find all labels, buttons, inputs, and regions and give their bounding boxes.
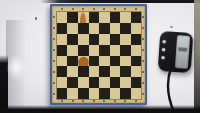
clock-button-row bbox=[161, 40, 165, 59]
square-b4[interactable] bbox=[67, 56, 77, 67]
square-f7[interactable] bbox=[110, 23, 120, 34]
square-h4[interactable] bbox=[131, 56, 141, 67]
square-e3[interactable] bbox=[99, 66, 109, 77]
square-b8[interactable] bbox=[67, 12, 77, 23]
square-a7[interactable] bbox=[57, 23, 67, 34]
square-f2[interactable] bbox=[110, 77, 120, 88]
square-h7[interactable] bbox=[131, 23, 141, 34]
border-mark bbox=[53, 27, 55, 29]
square-h1[interactable] bbox=[131, 88, 141, 99]
border-mark bbox=[142, 71, 144, 73]
border-mark bbox=[61, 8, 63, 10]
square-h5[interactable] bbox=[131, 45, 141, 56]
border-mark bbox=[142, 38, 144, 40]
square-d6[interactable] bbox=[89, 34, 99, 45]
clock-button[interactable] bbox=[163, 40, 166, 43]
square-c2[interactable] bbox=[78, 77, 89, 88]
square-d7[interactable] bbox=[89, 23, 99, 34]
square-d8[interactable] bbox=[89, 12, 99, 23]
square-e6[interactable] bbox=[99, 34, 109, 45]
square-h3[interactable] bbox=[131, 66, 141, 77]
table-edge-right bbox=[194, 0, 200, 113]
border-mark bbox=[53, 60, 55, 62]
square-b2[interactable] bbox=[67, 77, 77, 88]
border-mark bbox=[142, 93, 144, 95]
square-h2[interactable] bbox=[131, 77, 141, 88]
border-mark bbox=[142, 82, 144, 84]
clock-button[interactable] bbox=[161, 56, 164, 59]
square-c3[interactable] bbox=[78, 66, 89, 77]
square-d1[interactable] bbox=[89, 88, 99, 99]
square-a5[interactable] bbox=[57, 45, 67, 56]
square-b7[interactable] bbox=[67, 23, 77, 34]
square-g3[interactable] bbox=[120, 66, 130, 77]
square-f6[interactable] bbox=[110, 34, 120, 45]
square-e2[interactable] bbox=[99, 77, 109, 88]
square-a1[interactable] bbox=[57, 88, 67, 99]
border-mark bbox=[72, 100, 74, 102]
checkers-board: ●● bbox=[50, 4, 147, 105]
square-b1[interactable] bbox=[67, 88, 77, 99]
border-mark bbox=[124, 100, 126, 102]
square-c4[interactable]: ● bbox=[78, 56, 89, 67]
table-edge-shadow-top bbox=[40, 0, 200, 3]
square-g8[interactable] bbox=[120, 12, 130, 23]
border-mark bbox=[135, 100, 137, 102]
square-g1[interactable] bbox=[120, 88, 130, 99]
square-f4[interactable] bbox=[110, 56, 120, 67]
square-f8[interactable] bbox=[110, 12, 120, 23]
square-c8[interactable]: ● bbox=[78, 12, 89, 23]
square-g5[interactable] bbox=[120, 45, 130, 56]
square-c6[interactable] bbox=[78, 34, 89, 45]
square-a6[interactable] bbox=[57, 34, 67, 45]
square-f1[interactable] bbox=[110, 88, 120, 99]
border-mark bbox=[72, 8, 74, 10]
square-a8[interactable] bbox=[57, 12, 67, 23]
square-f3[interactable] bbox=[110, 66, 120, 77]
square-g7[interactable] bbox=[120, 23, 130, 34]
border-mark bbox=[103, 100, 105, 102]
border-mark bbox=[53, 93, 55, 95]
square-d2[interactable] bbox=[89, 77, 99, 88]
square-d5[interactable] bbox=[89, 45, 99, 56]
clock-button[interactable] bbox=[162, 48, 165, 51]
border-mark bbox=[114, 100, 116, 102]
border-mark bbox=[53, 71, 55, 73]
square-e5[interactable] bbox=[99, 45, 109, 56]
border-mark bbox=[103, 8, 105, 10]
scene-layer: ●● bbox=[0, 0, 200, 113]
border-mark bbox=[135, 8, 137, 10]
table-speck bbox=[35, 17, 37, 20]
square-h6[interactable] bbox=[131, 34, 141, 45]
square-e4[interactable] bbox=[99, 56, 109, 67]
border-mark bbox=[142, 16, 144, 18]
border-mark bbox=[53, 38, 55, 40]
square-a2[interactable] bbox=[57, 77, 67, 88]
border-mark bbox=[124, 8, 126, 10]
table-highlight bbox=[6, 54, 26, 81]
square-g4[interactable] bbox=[120, 56, 130, 67]
square-g6[interactable] bbox=[120, 34, 130, 45]
square-b5[interactable] bbox=[67, 45, 77, 56]
square-e1[interactable] bbox=[99, 88, 109, 99]
border-mark bbox=[82, 100, 84, 102]
clock-display-band bbox=[178, 47, 187, 52]
border-mark bbox=[61, 100, 63, 102]
border-mark bbox=[93, 100, 95, 102]
square-d4[interactable] bbox=[89, 56, 99, 67]
square-e7[interactable] bbox=[99, 23, 109, 34]
square-g2[interactable] bbox=[120, 77, 130, 88]
border-mark bbox=[93, 8, 95, 10]
square-f5[interactable] bbox=[110, 45, 120, 56]
table-speck bbox=[170, 26, 173, 28]
border-mark bbox=[142, 27, 144, 29]
clock-display bbox=[175, 35, 190, 69]
square-d3[interactable] bbox=[89, 66, 99, 77]
border-mark bbox=[53, 82, 55, 84]
border-mark bbox=[53, 49, 55, 51]
border-mark bbox=[142, 60, 144, 62]
border-mark bbox=[142, 49, 144, 51]
border-mark bbox=[82, 8, 84, 10]
border-mark bbox=[114, 8, 116, 10]
square-b3[interactable] bbox=[67, 66, 77, 77]
border-mark bbox=[53, 16, 55, 18]
square-b6[interactable] bbox=[67, 34, 77, 45]
square-e8[interactable] bbox=[99, 12, 109, 23]
photo-table-scene: ●● bbox=[0, 0, 200, 113]
square-c7[interactable] bbox=[78, 23, 89, 34]
table-edge-shadow-bottom bbox=[0, 105, 200, 113]
square-a3[interactable] bbox=[57, 66, 67, 77]
board-grid: ●● bbox=[57, 12, 141, 99]
square-c1[interactable] bbox=[78, 88, 89, 99]
square-h8[interactable] bbox=[131, 12, 141, 23]
square-a4[interactable] bbox=[57, 56, 67, 67]
